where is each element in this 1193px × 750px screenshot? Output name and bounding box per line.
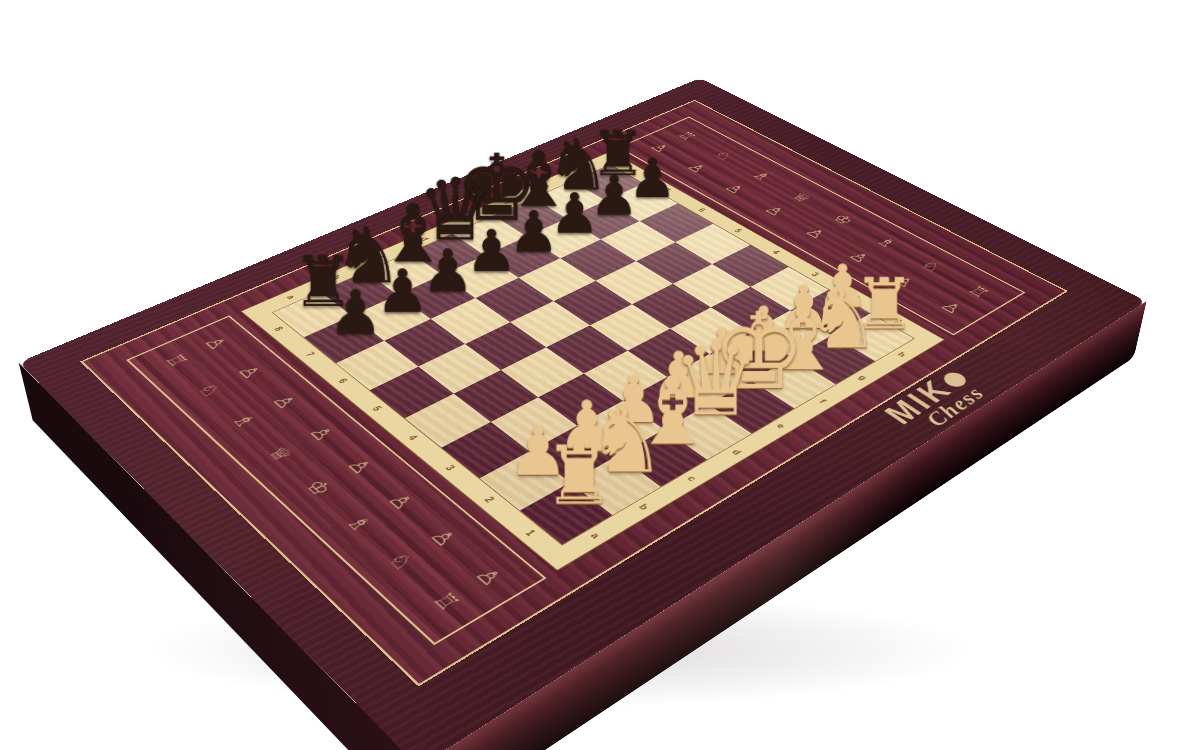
coord-rank-1: 1 [522,529,535,538]
pawn-outline-icon: ♙ [304,424,336,444]
coord-rank-6: 6 [696,208,706,213]
coord-file-b: b [637,503,650,512]
knight-outline-icon: ♘ [383,550,418,574]
pawn-outline-icon: ♙ [268,393,299,412]
bishop-outline-icon: ♗ [227,411,259,431]
pawn-outline-icon: ♙ [200,335,230,352]
black-pawn-b7[interactable]: ♟ [375,264,428,319]
coord-file-f: f [817,398,827,404]
square-b6[interactable] [384,319,465,367]
queen-outline-icon: ♕ [263,443,295,464]
pawn-outline-icon: ♙ [721,182,747,195]
pawn-outline-icon: ♙ [683,162,709,175]
queen-outline-icon: ♕ [788,191,814,204]
coord-file-h: h [895,351,906,358]
coord-rank-4: 4 [769,249,779,254]
rook-outline-icon: ♖ [160,352,190,370]
coord-rank-4: 4 [405,434,417,441]
coord-rank-3: 3 [442,464,455,472]
king-outline-icon: ♔ [301,477,334,499]
pawn-outline-icon: ♙ [936,300,965,316]
coord-file-g: g [856,374,868,381]
coord-rank-5: 5 [732,228,742,233]
product-photo-scene: ♖♘♗♕♔♗♘♖♙♙♙♙♙♙♙♙ abcdefgh 87654321 ♜♞♝♛♚… [0,0,1193,750]
coord-rank-5: 5 [369,405,381,412]
pawn-outline-icon: ♙ [233,363,263,381]
bishop-outline-icon: ♗ [748,170,774,183]
square-a5[interactable] [369,367,453,419]
bishop-outline-icon: ♗ [872,235,899,250]
black-pawn-a7[interactable]: ♟ [327,285,381,341]
coord-rank-6: 6 [335,378,347,385]
coord-file-c: c [684,475,696,483]
coord-rank-8: 8 [271,326,283,332]
pawn-outline-icon: ♙ [383,491,417,513]
coord-file-d: d [730,448,743,456]
coord-file-a: a [587,532,600,541]
knight-outline-icon: ♘ [710,150,735,162]
knight-outline-icon: ♘ [193,381,224,400]
coord-rank-2: 2 [481,496,494,504]
knight-outline-icon: ♘ [916,259,944,274]
rook-outline-icon: ♖ [674,130,699,142]
coord-rank-7: 7 [303,351,315,357]
pawn-outline-icon: ♙ [801,226,828,240]
bishop-outline-icon: ♗ [341,512,375,535]
coord-file-e: e [774,423,786,430]
pawn-outline-icon: ♙ [470,565,506,590]
rook-outline-icon: ♖ [427,589,463,615]
rook-outline-icon: ♖ [963,284,992,300]
white-rook-a1[interactable]: ♜ [541,439,613,513]
pawn-outline-icon: ♙ [342,456,375,477]
pawn-outline-icon: ♙ [425,527,460,550]
pawn-outline-icon: ♙ [760,204,787,218]
king-outline-icon: ♔ [829,213,856,227]
